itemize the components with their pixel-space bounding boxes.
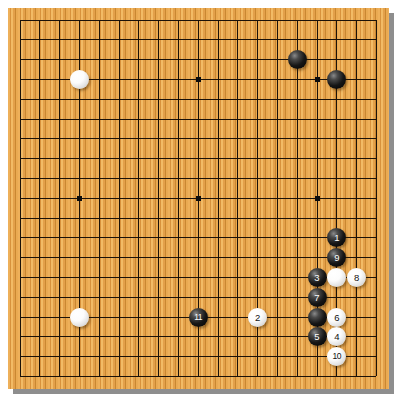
move-number: 6 — [334, 308, 339, 327]
go-diagram-stage: 1938765410112 — [0, 0, 400, 400]
move-number: 9 — [334, 248, 339, 267]
stone-white-R2: 10 — [327, 347, 346, 366]
star-point — [315, 196, 320, 201]
stone-black-R7: 9 — [327, 248, 346, 267]
move-number: 11 — [194, 308, 202, 327]
stone-black-P17 — [288, 50, 307, 69]
grid-line-vertical — [277, 20, 278, 376]
grid-line-horizontal — [20, 218, 376, 219]
move-number: 10 — [333, 347, 341, 366]
grid-line-vertical — [218, 20, 219, 376]
star-point — [77, 196, 82, 201]
stone-white-N4: 2 — [248, 308, 267, 327]
grid-line-horizontal — [20, 237, 376, 238]
move-number: 5 — [314, 327, 319, 346]
stone-white-R4: 6 — [327, 308, 346, 327]
grid-line-vertical — [297, 20, 298, 376]
stone-black-Q3: 5 — [308, 327, 327, 346]
move-number: 7 — [314, 288, 319, 307]
grid-line-horizontal — [20, 356, 376, 357]
grid-line-horizontal — [20, 257, 376, 258]
grid-line-horizontal — [20, 376, 376, 377]
move-number: 4 — [334, 327, 339, 346]
grid-line-vertical — [356, 20, 357, 376]
star-point — [196, 77, 201, 82]
grid-line-vertical — [237, 20, 238, 376]
star-point — [196, 196, 201, 201]
grid-line-vertical — [376, 20, 377, 376]
stone-black-Q5: 7 — [308, 288, 327, 307]
move-number: 8 — [354, 268, 359, 287]
stone-white-D4 — [70, 308, 89, 327]
move-number: 1 — [334, 228, 339, 247]
move-number: 2 — [255, 308, 260, 327]
stone-black-Q4 — [308, 308, 327, 327]
stone-white-R3: 4 — [327, 327, 346, 346]
stone-black-Q6: 3 — [308, 268, 327, 287]
stone-black-R8: 1 — [327, 228, 346, 247]
stone-black-R16 — [327, 70, 346, 89]
stone-white-R6 — [327, 268, 346, 287]
stone-black-K4: 11 — [189, 308, 208, 327]
go-board[interactable]: 1938765410112 — [8, 8, 389, 389]
stone-white-S6: 8 — [347, 268, 366, 287]
move-number: 3 — [314, 268, 319, 287]
stone-white-D16 — [70, 70, 89, 89]
star-point — [315, 77, 320, 82]
